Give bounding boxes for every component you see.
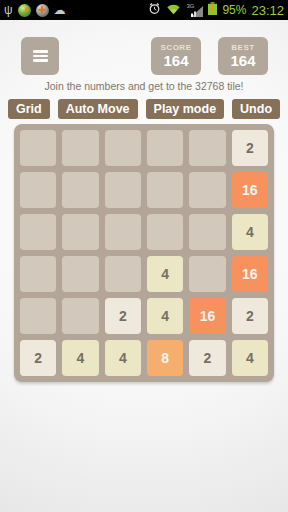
toolbar: Grid Auto Move Play mode Undo <box>0 99 288 119</box>
sphere-app-icon <box>18 4 31 17</box>
auto-move-button[interactable]: Auto Move <box>58 99 138 119</box>
best-value: 164 <box>230 53 255 70</box>
tile-4-r6c6: 4 <box>232 340 268 376</box>
tile-4-r5c4: 4 <box>147 298 183 334</box>
empty-cell-r4c1 <box>20 256 56 292</box>
wifi-icon <box>166 1 181 19</box>
empty-cell-r2c4 <box>147 172 183 208</box>
best-box: BEST 164 <box>218 37 268 75</box>
tile-4-r3c6: 4 <box>232 214 268 250</box>
usb-icon: ψ <box>4 4 13 16</box>
battery-icon <box>208 1 217 19</box>
tile-4-r4c4: 4 <box>147 256 183 292</box>
status-bar: ψ ✚ ☁ 3G <box>0 0 288 20</box>
status-right-icons: 3G 95% 23:12 <box>148 1 284 19</box>
empty-cell-r1c5 <box>189 130 225 166</box>
tile-16-r5c5: 16 <box>189 298 225 334</box>
header: SCORE 164 BEST 164 <box>21 37 268 75</box>
empty-cell-r5c1 <box>20 298 56 334</box>
score-box: SCORE 164 <box>151 37 201 75</box>
empty-cell-r3c4 <box>147 214 183 250</box>
grid-button[interactable]: Grid <box>8 99 50 119</box>
battery-percent: 95% <box>222 4 246 16</box>
signal-3g-icon: 3G <box>186 3 203 17</box>
play-mode-button[interactable]: Play mode <box>146 99 225 119</box>
tile-16-r2c6: 16 <box>232 172 268 208</box>
clock-time: 23:12 <box>251 4 284 17</box>
score-value: 164 <box>163 53 188 70</box>
empty-cell-r4c3 <box>105 256 141 292</box>
hamburger-icon <box>33 48 48 64</box>
tile-2-r6c5: 2 <box>189 340 225 376</box>
alarm-icon <box>148 1 161 19</box>
tile-2-r1c6: 2 <box>232 130 268 166</box>
empty-cell-r1c4 <box>147 130 183 166</box>
empty-cell-r3c5 <box>189 214 225 250</box>
empty-cell-r4c2 <box>62 256 98 292</box>
tile-2-r5c6: 2 <box>232 298 268 334</box>
app-screen: ψ ✚ ☁ 3G <box>0 0 288 512</box>
menu-button[interactable] <box>21 37 59 75</box>
empty-cell-r3c1 <box>20 214 56 250</box>
update-app-icon: ✚ <box>36 4 49 17</box>
empty-cell-r3c2 <box>62 214 98 250</box>
subtitle: Join the numbers and get to the 32768 ti… <box>0 80 288 92</box>
tile-2-r6c1: 2 <box>20 340 56 376</box>
empty-cell-r1c2 <box>62 130 98 166</box>
tile-4-r6c2: 4 <box>62 340 98 376</box>
tile-8-r6c4: 8 <box>147 340 183 376</box>
empty-cell-r5c2 <box>62 298 98 334</box>
empty-cell-r4c5 <box>189 256 225 292</box>
tile-4-r6c3: 4 <box>105 340 141 376</box>
cloud-icon: ☁ <box>54 4 66 16</box>
empty-cell-r2c5 <box>189 172 225 208</box>
tile-2-r5c3: 2 <box>105 298 141 334</box>
tile-16-r4c6: 16 <box>232 256 268 292</box>
undo-button[interactable]: Undo <box>232 99 280 119</box>
empty-cell-r2c3 <box>105 172 141 208</box>
empty-cell-r2c2 <box>62 172 98 208</box>
empty-cell-r1c3 <box>105 130 141 166</box>
board[interactable]: 216441624162244824 <box>14 124 274 382</box>
empty-cell-r1c1 <box>20 130 56 166</box>
status-left-icons: ψ ✚ ☁ <box>4 4 66 17</box>
empty-cell-r2c1 <box>20 172 56 208</box>
empty-cell-r3c3 <box>105 214 141 250</box>
